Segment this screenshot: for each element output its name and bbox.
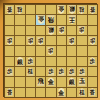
square-9h[interactable] bbox=[5, 77, 14, 86]
square-9c[interactable] bbox=[5, 26, 14, 35]
piece-歩-gote[interactable]: 歩 bbox=[6, 37, 13, 45]
piece-香-gote[interactable]: 香 bbox=[6, 6, 13, 14]
piece-歩-sente[interactable]: 歩 bbox=[78, 68, 85, 76]
square-6d[interactable]: 歩 bbox=[36, 36, 45, 45]
square-1e[interactable] bbox=[88, 46, 97, 55]
piece-歩-gote[interactable]: 歩 bbox=[68, 37, 75, 45]
square-6i[interactable] bbox=[36, 88, 45, 97]
square-3f[interactable] bbox=[67, 57, 76, 66]
piece-桂-sente[interactable]: 桂 bbox=[78, 88, 85, 96]
square-6h[interactable]: 飛 bbox=[36, 77, 45, 86]
piece-金-gote[interactable]: 金 bbox=[57, 5, 65, 14]
square-4i[interactable]: 金 bbox=[57, 88, 66, 97]
square-3h[interactable]: 銀 bbox=[67, 77, 76, 86]
square-7i[interactable] bbox=[26, 88, 35, 97]
square-5f[interactable] bbox=[46, 57, 55, 66]
square-7a[interactable] bbox=[26, 5, 35, 14]
square-8e[interactable] bbox=[15, 46, 24, 55]
square-8h[interactable] bbox=[15, 77, 24, 86]
square-6g[interactable] bbox=[36, 67, 45, 76]
piece-金-sente[interactable]: 金 bbox=[47, 77, 55, 86]
square-6a[interactable] bbox=[36, 5, 45, 14]
piece-桂-gote[interactable]: 桂 bbox=[78, 6, 85, 14]
square-2f[interactable] bbox=[77, 57, 86, 66]
square-4a[interactable]: 金 bbox=[57, 5, 66, 14]
piece-歩-gote[interactable]: 歩 bbox=[89, 37, 96, 45]
square-5d[interactable] bbox=[46, 36, 55, 45]
square-9d[interactable]: 歩 bbox=[5, 36, 14, 45]
square-1c[interactable] bbox=[88, 26, 97, 35]
piece-銀-gote[interactable]: 銀 bbox=[47, 26, 55, 35]
piece-歩-sente[interactable]: 歩 bbox=[89, 57, 96, 65]
square-2g[interactable]: 歩 bbox=[77, 67, 86, 76]
square-9e[interactable] bbox=[5, 46, 14, 55]
square-5i[interactable] bbox=[46, 88, 55, 97]
square-3e[interactable] bbox=[67, 46, 76, 55]
square-5b[interactable]: 飛 bbox=[46, 15, 55, 24]
square-2i[interactable]: 桂 bbox=[77, 88, 86, 97]
square-8a[interactable]: 桂 bbox=[15, 5, 24, 14]
piece-歩-gote[interactable]: 歩 bbox=[27, 37, 34, 45]
square-6b[interactable]: 金 bbox=[36, 15, 45, 24]
piece-桂-sente[interactable]: 桂 bbox=[27, 68, 34, 76]
square-9a[interactable]: 香 bbox=[5, 5, 14, 14]
square-4e[interactable] bbox=[57, 46, 66, 55]
piece-王-gote[interactable]: 王 bbox=[68, 15, 76, 24]
piece-香-sente[interactable]: 香 bbox=[89, 88, 96, 96]
square-7d[interactable]: 歩 bbox=[26, 36, 35, 45]
square-1d[interactable]: 歩 bbox=[88, 36, 97, 45]
piece-銀-sente[interactable]: 銀 bbox=[16, 57, 24, 66]
shogi-board: 香桂金銀桂香金飛王銀歩歩歩歩歩歩歩歩銀歩歩歩桂歩歩歩歩飛金銀玉香金桂香 bbox=[4, 4, 98, 98]
piece-銀-gote[interactable]: 銀 bbox=[68, 5, 76, 14]
square-5a[interactable] bbox=[46, 5, 55, 14]
square-6c[interactable] bbox=[36, 26, 45, 35]
square-3b[interactable]: 王 bbox=[67, 15, 76, 24]
square-8b[interactable] bbox=[15, 15, 24, 24]
piece-歩-sente[interactable]: 歩 bbox=[58, 68, 65, 76]
square-1a[interactable]: 香 bbox=[88, 5, 97, 14]
square-6e[interactable] bbox=[36, 46, 45, 55]
square-1b[interactable] bbox=[88, 15, 97, 24]
square-2e[interactable] bbox=[77, 46, 86, 55]
piece-銀-sente[interactable]: 銀 bbox=[68, 77, 76, 86]
square-1i[interactable]: 香 bbox=[88, 88, 97, 97]
square-2b[interactable] bbox=[77, 15, 86, 24]
piece-飛-sente[interactable]: 飛 bbox=[37, 77, 45, 86]
square-1f[interactable]: 歩 bbox=[88, 57, 97, 66]
square-2c[interactable]: 歩 bbox=[77, 26, 86, 35]
square-7h[interactable] bbox=[26, 77, 35, 86]
square-8c[interactable] bbox=[15, 26, 24, 35]
square-1h[interactable] bbox=[88, 77, 97, 86]
square-7e[interactable] bbox=[26, 46, 35, 55]
square-7b[interactable] bbox=[26, 15, 35, 24]
square-7f[interactable]: 歩 bbox=[26, 57, 35, 66]
piece-飛-gote[interactable]: 飛 bbox=[47, 15, 55, 24]
square-3a[interactable]: 銀 bbox=[67, 5, 76, 14]
piece-香-gote[interactable]: 香 bbox=[89, 6, 96, 14]
piece-歩-gote[interactable]: 歩 bbox=[47, 47, 54, 55]
square-9i[interactable]: 香 bbox=[5, 88, 14, 97]
square-8i[interactable] bbox=[15, 88, 24, 97]
square-4d[interactable] bbox=[57, 36, 66, 45]
square-8g[interactable] bbox=[15, 67, 24, 76]
square-4h[interactable] bbox=[57, 77, 66, 86]
square-9b[interactable] bbox=[5, 15, 14, 24]
piece-歩-gote[interactable]: 歩 bbox=[58, 26, 65, 34]
square-2a[interactable]: 桂 bbox=[77, 5, 86, 14]
piece-歩-sente[interactable]: 歩 bbox=[68, 68, 75, 76]
piece-玉-sente[interactable]: 玉 bbox=[78, 77, 86, 86]
piece-歩-sente[interactable]: 歩 bbox=[27, 57, 34, 65]
square-5g[interactable]: 歩 bbox=[46, 67, 55, 76]
square-3c[interactable] bbox=[67, 26, 76, 35]
square-8d[interactable] bbox=[15, 36, 24, 45]
square-5c[interactable]: 銀 bbox=[46, 26, 55, 35]
square-5e[interactable]: 歩 bbox=[46, 46, 55, 55]
square-2h[interactable]: 玉 bbox=[77, 77, 86, 86]
square-5h[interactable]: 金 bbox=[46, 77, 55, 86]
piece-桂-gote[interactable]: 桂 bbox=[16, 6, 23, 14]
square-1g[interactable] bbox=[88, 67, 97, 76]
square-3g[interactable]: 歩 bbox=[67, 67, 76, 76]
square-6f[interactable] bbox=[36, 57, 45, 66]
square-4b[interactable] bbox=[57, 15, 66, 24]
square-3d[interactable]: 歩 bbox=[67, 36, 76, 45]
square-2d[interactable] bbox=[77, 36, 86, 45]
piece-歩-gote[interactable]: 歩 bbox=[37, 37, 44, 45]
square-4f[interactable] bbox=[57, 57, 66, 66]
piece-金-gote[interactable]: 金 bbox=[37, 15, 45, 24]
square-8f[interactable]: 銀 bbox=[15, 57, 24, 66]
square-9g[interactable]: 歩 bbox=[5, 67, 14, 76]
square-7c[interactable] bbox=[26, 26, 35, 35]
square-9f[interactable] bbox=[5, 57, 14, 66]
square-7g[interactable]: 桂 bbox=[26, 67, 35, 76]
square-4c[interactable]: 歩 bbox=[57, 26, 66, 35]
piece-歩-sente[interactable]: 歩 bbox=[6, 68, 13, 76]
square-4g[interactable]: 歩 bbox=[57, 67, 66, 76]
piece-歩-sente[interactable]: 歩 bbox=[47, 68, 54, 76]
square-3i[interactable] bbox=[67, 88, 76, 97]
piece-歩-gote[interactable]: 歩 bbox=[78, 26, 85, 34]
piece-金-sente[interactable]: 金 bbox=[57, 88, 65, 97]
piece-香-sente[interactable]: 香 bbox=[6, 88, 13, 96]
